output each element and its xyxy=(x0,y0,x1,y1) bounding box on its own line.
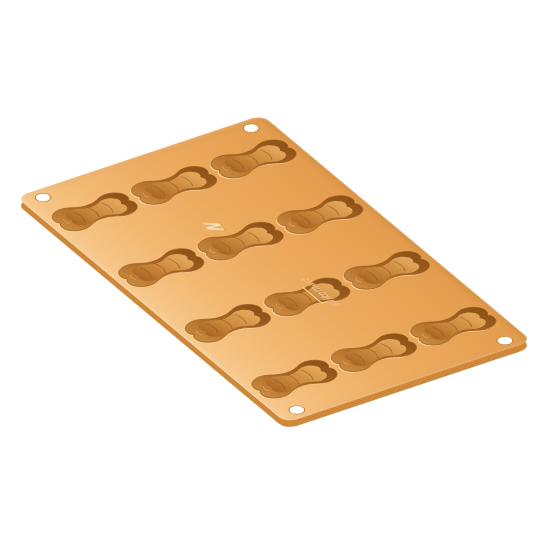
corner-hole xyxy=(240,122,262,134)
bone-cavity xyxy=(124,163,224,208)
bone-cavity xyxy=(44,190,144,235)
corner-hole xyxy=(286,404,308,416)
bone-cavity xyxy=(270,193,370,238)
corner-hole xyxy=(494,335,516,347)
bone-cavity xyxy=(336,248,436,293)
bone-cavity xyxy=(203,137,303,182)
bone-cavity xyxy=(177,301,277,346)
bone-cavity xyxy=(323,331,423,376)
bone-cavity xyxy=(403,304,503,349)
product-photo: N silikomart xyxy=(0,0,550,550)
bone-cavity xyxy=(111,246,211,291)
bone-cavity xyxy=(244,357,344,402)
corner-hole xyxy=(32,192,54,204)
